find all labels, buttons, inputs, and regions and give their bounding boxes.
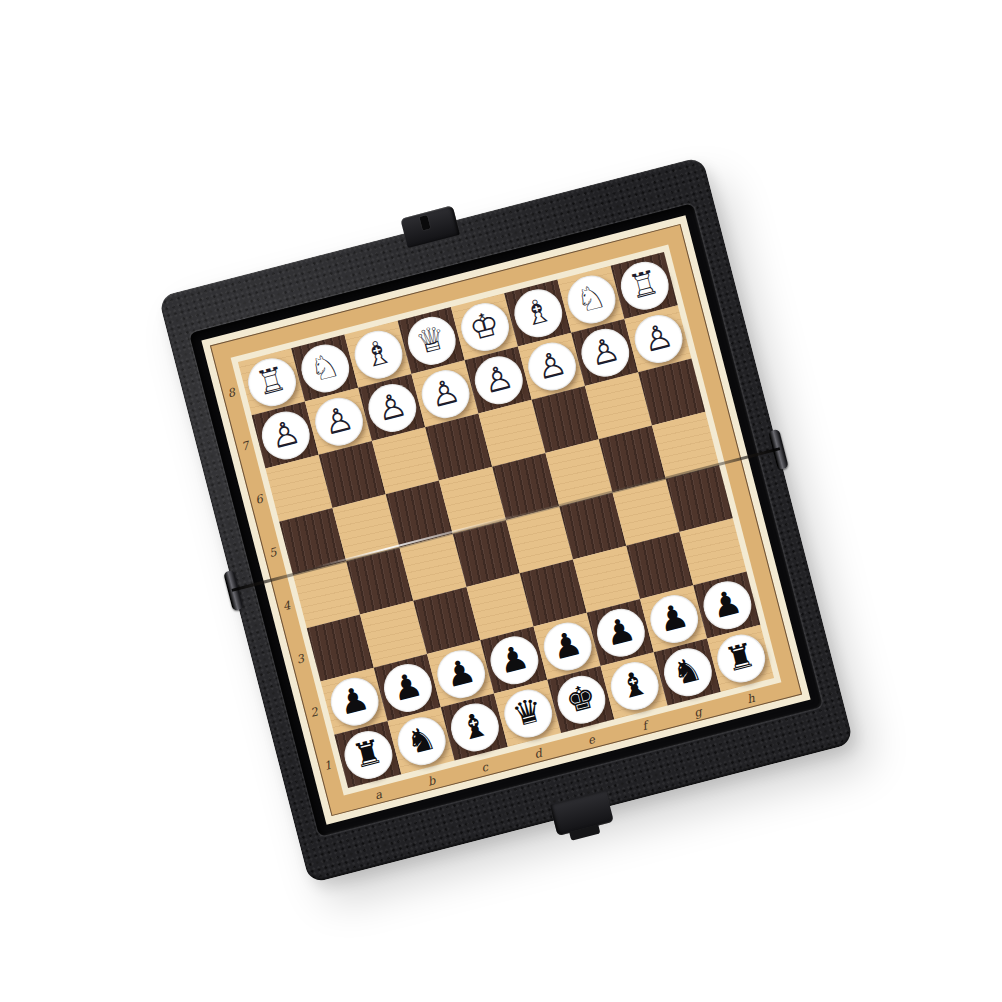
piece-black-knight-g1[interactable]: ♞ [658, 643, 716, 701]
piece-glyph: ♟ [389, 667, 426, 706]
piece-black-pawn-c2[interactable]: ♟ [431, 645, 489, 703]
chess-case: ♖♘♗♕♔♗♘♖♙♙♙♙♙♙♙♙♟♟♟♟♟♟♟♟♜♞♝♛♚♝♞♜ 8765432… [158, 156, 854, 883]
piece-glyph: ♝ [456, 706, 493, 745]
piece-glyph: ♙ [639, 318, 676, 357]
piece-glyph: ♕ [412, 320, 449, 359]
piece-black-pawn-b2[interactable]: ♟ [378, 658, 436, 716]
latch-tab-top [400, 205, 460, 248]
piece-white-pawn-f7[interactable]: ♙ [522, 337, 580, 395]
piece-glyph: ♟ [495, 639, 532, 678]
piece-glyph: ♟ [602, 612, 639, 651]
piece-white-queen-d8[interactable]: ♕ [402, 311, 460, 369]
latch-tab-bottom [550, 791, 614, 837]
piece-black-king-e1[interactable]: ♚ [552, 670, 610, 728]
piece-glyph: ♖ [253, 361, 290, 400]
piece-white-king-e8[interactable]: ♔ [455, 298, 513, 356]
piece-glyph: ♟ [655, 598, 692, 637]
product-photo-scene: ♖♘♗♕♔♗♘♖♙♙♙♙♙♙♙♙♟♟♟♟♟♟♟♟♜♞♝♛♚♝♞♜ 8765432… [0, 0, 1002, 1002]
piece-black-bishop-f1[interactable]: ♝ [605, 656, 663, 714]
piece-black-knight-b1[interactable]: ♞ [392, 712, 450, 770]
piece-glyph: ♟ [335, 681, 372, 720]
piece-white-pawn-h7[interactable]: ♙ [629, 309, 687, 367]
piece-black-pawn-d2[interactable]: ♟ [485, 631, 543, 689]
piece-glyph: ♙ [266, 414, 303, 453]
piece-white-pawn-g7[interactable]: ♙ [575, 323, 633, 381]
piece-glyph: ♖ [625, 265, 662, 304]
piece-glyph: ♔ [466, 306, 503, 345]
piece-white-pawn-d7[interactable]: ♙ [416, 365, 474, 423]
piece-glyph: ♘ [306, 347, 343, 386]
piece-glyph: ♙ [479, 359, 516, 398]
piece-white-pawn-e7[interactable]: ♙ [469, 351, 527, 409]
piece-white-knight-b8[interactable]: ♘ [295, 339, 353, 397]
piece-glyph: ♟ [548, 626, 585, 665]
piece-black-rook-a1[interactable]: ♜ [339, 725, 397, 783]
piece-glyph: ♚ [562, 679, 599, 718]
piece-glyph: ♟ [442, 653, 479, 692]
piece-glyph: ♙ [586, 332, 623, 371]
piece-glyph: ♗ [359, 334, 396, 373]
piece-white-bishop-f8[interactable]: ♗ [508, 284, 566, 342]
piece-black-pawn-g2[interactable]: ♟ [644, 589, 702, 647]
piece-glyph: ♝ [615, 665, 652, 704]
piece-white-pawn-b7[interactable]: ♙ [309, 392, 367, 450]
piece-white-pawn-a7[interactable]: ♙ [256, 406, 314, 464]
piece-black-pawn-h2[interactable]: ♟ [698, 576, 756, 634]
piece-glyph: ♜ [349, 734, 386, 773]
piece-white-rook-h8[interactable]: ♖ [615, 256, 673, 314]
piece-white-rook-a8[interactable]: ♖ [242, 353, 300, 411]
piece-glyph: ♞ [402, 720, 439, 759]
piece-glyph: ♙ [320, 401, 357, 440]
piece-glyph: ♙ [533, 346, 570, 385]
piece-black-pawn-f2[interactable]: ♟ [591, 603, 649, 661]
piece-white-bishop-c8[interactable]: ♗ [349, 325, 407, 383]
piece-glyph: ♜ [722, 638, 759, 677]
piece-glyph: ♘ [572, 279, 609, 318]
piece-black-queen-d1[interactable]: ♛ [498, 684, 556, 742]
piece-black-rook-h1[interactable]: ♜ [711, 629, 769, 687]
piece-glyph: ♞ [669, 651, 706, 690]
piece-black-bishop-c1[interactable]: ♝ [445, 698, 503, 756]
piece-white-pawn-c7[interactable]: ♙ [362, 378, 420, 436]
piece-black-pawn-a2[interactable]: ♟ [325, 672, 383, 730]
piece-glyph: ♙ [426, 373, 463, 412]
piece-glyph: ♗ [519, 292, 556, 331]
piece-glyph: ♛ [509, 693, 546, 732]
piece-glyph: ♙ [373, 387, 410, 426]
piece-glyph: ♟ [708, 584, 745, 623]
piece-white-knight-g8[interactable]: ♘ [562, 270, 620, 328]
piece-black-pawn-e2[interactable]: ♟ [538, 617, 596, 675]
